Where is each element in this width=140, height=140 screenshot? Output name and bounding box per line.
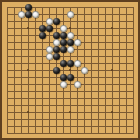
white-stone[interactable]: [74, 60, 81, 67]
white-stone[interactable]: [18, 11, 25, 18]
white-stone[interactable]: [60, 81, 67, 88]
go-board-screenshot: [0, 0, 140, 140]
white-stone[interactable]: [81, 67, 88, 74]
black-stone[interactable]: [46, 25, 53, 32]
black-stone[interactable]: [53, 32, 60, 39]
white-stone[interactable]: [46, 46, 53, 53]
hoshi-point: [111, 69, 113, 71]
black-stone[interactable]: [53, 53, 60, 60]
black-stone[interactable]: [67, 74, 74, 81]
black-stone[interactable]: [25, 4, 32, 11]
white-stone[interactable]: [60, 25, 67, 32]
white-stone[interactable]: [46, 18, 53, 25]
hoshi-point: [27, 111, 29, 113]
black-stone[interactable]: [25, 11, 32, 18]
black-stone[interactable]: [53, 46, 60, 53]
hoshi-point: [69, 27, 71, 29]
board-intersections[interactable]: [4, 4, 137, 137]
black-stone[interactable]: [53, 67, 60, 74]
white-stone[interactable]: [74, 39, 81, 46]
hoshi-point: [27, 27, 29, 29]
hoshi-point: [111, 27, 113, 29]
black-stone[interactable]: [60, 32, 67, 39]
black-stone[interactable]: [60, 46, 67, 53]
white-stone[interactable]: [67, 11, 74, 18]
hoshi-point: [69, 69, 71, 71]
hoshi-point: [27, 69, 29, 71]
white-stone[interactable]: [46, 53, 53, 60]
black-stone[interactable]: [39, 25, 46, 32]
hoshi-point: [69, 111, 71, 113]
black-stone[interactable]: [60, 74, 67, 81]
black-stone[interactable]: [67, 60, 74, 67]
white-stone[interactable]: [67, 46, 74, 53]
black-stone[interactable]: [67, 39, 74, 46]
white-stone[interactable]: [53, 39, 60, 46]
hoshi-point: [111, 111, 113, 113]
white-stone[interactable]: [32, 11, 39, 18]
black-stone[interactable]: [60, 60, 67, 67]
white-stone[interactable]: [74, 81, 81, 88]
white-stone[interactable]: [67, 32, 74, 39]
black-stone[interactable]: [39, 32, 46, 39]
black-stone[interactable]: [60, 39, 67, 46]
black-stone[interactable]: [53, 18, 60, 25]
